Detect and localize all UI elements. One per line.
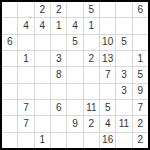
cell[interactable]: 11 [84, 100, 99, 115]
cell[interactable] [35, 51, 50, 66]
cell[interactable] [100, 84, 115, 99]
cell[interactable] [35, 116, 50, 131]
cell[interactable] [84, 35, 99, 50]
cell[interactable] [51, 116, 66, 131]
cell[interactable]: 7 [133, 100, 148, 115]
cell[interactable] [2, 67, 17, 82]
cell[interactable]: 4 [35, 18, 50, 33]
cell[interactable] [18, 133, 33, 148]
cell[interactable]: 1 [84, 18, 99, 33]
cell[interactable] [35, 100, 50, 115]
cell[interactable] [84, 84, 99, 99]
cell[interactable]: 3 [51, 51, 66, 66]
cell[interactable]: 4 [18, 18, 33, 33]
cell[interactable]: 4 [67, 18, 82, 33]
cell[interactable] [2, 116, 17, 131]
cell[interactable]: 1 [51, 18, 66, 33]
cell[interactable] [84, 67, 99, 82]
cell[interactable]: 4 [100, 116, 115, 131]
cell[interactable]: 6 [51, 100, 66, 115]
cell[interactable]: 16 [100, 133, 115, 148]
cell[interactable]: 5 [133, 67, 148, 82]
cell[interactable] [116, 100, 131, 115]
cell[interactable]: 7 [18, 116, 33, 131]
cell[interactable]: 13 [100, 51, 115, 66]
cell[interactable] [18, 67, 33, 82]
cell[interactable]: 5 [67, 35, 82, 50]
cell[interactable] [2, 51, 17, 66]
cell[interactable] [116, 18, 131, 33]
cell[interactable]: 8 [51, 67, 66, 82]
cell[interactable]: 2 [84, 116, 99, 131]
cell[interactable] [84, 133, 99, 148]
cell[interactable]: 2 [84, 51, 99, 66]
cell[interactable] [2, 2, 17, 17]
cell[interactable]: 5 [100, 100, 115, 115]
cell[interactable] [18, 84, 33, 99]
cell[interactable] [116, 2, 131, 17]
cell[interactable]: 5 [116, 35, 131, 50]
cell[interactable] [51, 84, 66, 99]
cell[interactable] [18, 2, 33, 17]
cell[interactable] [35, 84, 50, 99]
cell[interactable]: 11 [116, 116, 131, 131]
cell[interactable]: 1 [35, 133, 50, 148]
cell[interactable]: 2 [133, 116, 148, 131]
cell[interactable] [67, 2, 82, 17]
cell[interactable] [100, 18, 115, 33]
cell[interactable]: 1 [133, 51, 148, 66]
cell[interactable] [51, 133, 66, 148]
cell[interactable]: 2 [51, 2, 66, 17]
cell[interactable] [67, 100, 82, 115]
cell[interactable] [116, 51, 131, 66]
cell[interactable] [100, 2, 115, 17]
cell[interactable]: 2 [133, 133, 148, 148]
puzzle-grid: 2256441416510513213187353976115779241121… [0, 0, 150, 150]
cell[interactable]: 3 [116, 84, 131, 99]
cell[interactable] [67, 51, 82, 66]
cell[interactable] [116, 133, 131, 148]
cell[interactable] [2, 18, 17, 33]
cell[interactable] [67, 84, 82, 99]
cell[interactable] [35, 35, 50, 50]
cell[interactable]: 7 [100, 67, 115, 82]
cell[interactable]: 6 [133, 2, 148, 17]
cell[interactable] [51, 35, 66, 50]
cell[interactable] [2, 100, 17, 115]
cell[interactable] [2, 84, 17, 99]
cell[interactable]: 5 [84, 2, 99, 17]
cell[interactable] [67, 67, 82, 82]
cell[interactable] [67, 133, 82, 148]
cell[interactable]: 9 [67, 116, 82, 131]
cell[interactable]: 7 [18, 100, 33, 115]
cell[interactable] [133, 18, 148, 33]
cell[interactable] [133, 35, 148, 50]
cell[interactable] [2, 133, 17, 148]
cell[interactable]: 9 [133, 84, 148, 99]
cell[interactable] [18, 35, 33, 50]
cell[interactable] [35, 67, 50, 82]
cell[interactable]: 3 [116, 67, 131, 82]
cell[interactable]: 10 [100, 35, 115, 50]
cell[interactable]: 1 [18, 51, 33, 66]
cell[interactable]: 6 [2, 35, 17, 50]
cell[interactable]: 2 [35, 2, 50, 17]
